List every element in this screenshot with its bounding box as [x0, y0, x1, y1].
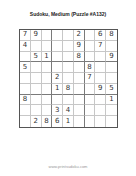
cell-r1c3 — [42, 30, 53, 41]
cell-r5c7: 7 — [85, 73, 96, 84]
cell-r3c5 — [63, 52, 74, 63]
cell-r8c8 — [95, 105, 106, 116]
cell-r4c9 — [106, 62, 117, 73]
cell-r6c1 — [20, 84, 31, 95]
cell-r4c3 — [42, 62, 53, 73]
cell-r7c2 — [31, 95, 42, 106]
cell-r9c4: 6 — [52, 116, 63, 127]
cell-r2c4 — [52, 41, 63, 52]
cell-r7c5 — [63, 95, 74, 106]
cell-r3c8 — [95, 52, 106, 63]
cell-r9c8 — [95, 116, 106, 127]
cell-r3c6: 8 — [74, 52, 85, 63]
cell-r4c8 — [95, 62, 106, 73]
cell-r4c2 — [31, 62, 42, 73]
cell-r8c1 — [20, 105, 31, 116]
cell-r8c6 — [74, 105, 85, 116]
cell-r4c7: 8 — [85, 62, 96, 73]
cell-r1c2: 9 — [31, 30, 42, 41]
cell-r2c7 — [85, 41, 96, 52]
cell-r6c5: 8 — [63, 84, 74, 95]
cell-r1c8: 6 — [95, 30, 106, 41]
cell-r7c3 — [42, 95, 53, 106]
cell-r1c5 — [63, 30, 74, 41]
cell-r4c1: 5 — [20, 62, 31, 73]
cell-r2c6: 9 — [74, 41, 85, 52]
cell-r6c7 — [85, 84, 96, 95]
cell-r2c3 — [42, 41, 53, 52]
cell-r5c2 — [31, 73, 42, 84]
cell-r2c5 — [63, 41, 74, 52]
cell-r1c4 — [52, 30, 63, 41]
cell-r4c4 — [52, 62, 63, 73]
cell-r3c9: 9 — [106, 52, 117, 63]
cell-r6c6 — [74, 84, 85, 95]
cell-r3c2: 5 — [31, 52, 42, 63]
cell-r4c5 — [63, 62, 74, 73]
cell-r8c9 — [106, 105, 117, 116]
cell-r9c2: 2 — [31, 116, 42, 127]
cell-r5c9 — [106, 73, 117, 84]
cell-r6c9: 5 — [106, 84, 117, 95]
cell-r3c1 — [20, 52, 31, 63]
cell-r9c6 — [74, 116, 85, 127]
cell-r8c2 — [31, 105, 42, 116]
cell-r1c6: 2 — [74, 30, 85, 41]
cell-r1c7 — [85, 30, 96, 41]
cell-r7c7 — [85, 95, 96, 106]
cell-r7c8 — [95, 95, 106, 106]
cell-r2c8: 7 — [95, 41, 106, 52]
cell-r4c6 — [74, 62, 85, 73]
cell-r2c2 — [31, 41, 42, 52]
cell-r5c5 — [63, 73, 74, 84]
cell-r2c9 — [106, 41, 117, 52]
cell-r6c3 — [42, 84, 53, 95]
cell-r1c9: 8 — [106, 30, 117, 41]
cell-r6c8: 9 — [95, 84, 106, 95]
cell-r2c1: 4 — [20, 41, 31, 52]
cell-r9c9 — [106, 116, 117, 127]
cell-r6c2 — [31, 84, 42, 95]
cell-r7c6 — [74, 95, 85, 106]
sudoku-board: 7926849751895827189581342861 — [19, 29, 118, 128]
cell-r7c9: 1 — [106, 95, 117, 106]
cell-r8c5: 4 — [63, 105, 74, 116]
footer-url: www.printsudoku.com — [0, 164, 136, 169]
cell-r9c1 — [20, 116, 31, 127]
cell-r9c7 — [85, 116, 96, 127]
cell-r9c3: 8 — [42, 116, 53, 127]
cell-r5c3 — [42, 73, 53, 84]
page-title: Sudoku, Medium (Puzzle #A132) — [0, 11, 136, 17]
cell-r8c4: 3 — [52, 105, 63, 116]
cell-r8c7 — [85, 105, 96, 116]
cell-r3c4 — [52, 52, 63, 63]
cell-r5c8 — [95, 73, 106, 84]
cell-r5c4: 2 — [52, 73, 63, 84]
cell-r6c4: 1 — [52, 84, 63, 95]
cell-r5c6 — [74, 73, 85, 84]
cell-r1c1: 7 — [20, 30, 31, 41]
cell-r7c4 — [52, 95, 63, 106]
cell-r5c1 — [20, 73, 31, 84]
cell-r9c5: 1 — [63, 116, 74, 127]
cell-r7c1: 8 — [20, 95, 31, 106]
cell-r8c3 — [42, 105, 53, 116]
cell-r3c3: 1 — [42, 52, 53, 63]
printable-sudoku-page: { "page": { "title": "Sudoku, Medium (Pu… — [0, 0, 136, 176]
cell-r3c7 — [85, 52, 96, 63]
